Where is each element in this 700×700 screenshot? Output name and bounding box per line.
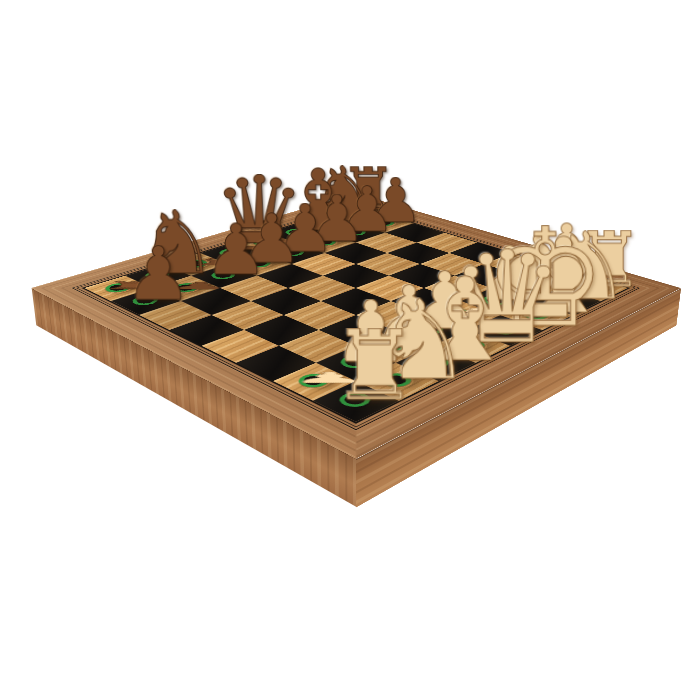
chess-board: ♜♞♝♛♚♝♞♜♟♟♟♟♟♟♟♟♟♟♟♟♟♟♟♟♜♞♝♛♚♝♞♜ — [31, 193, 682, 459]
chess-set-photo: ♜♞♝♛♚♝♞♜♟♟♟♟♟♟♟♟♟♟♟♟♟♟♟♟♜♞♝♛♚♝♞♜ — [0, 0, 700, 700]
piece-white-rook[interactable]: ♜ — [331, 328, 392, 403]
piece-black-pawn[interactable]: ♟ — [125, 245, 175, 303]
